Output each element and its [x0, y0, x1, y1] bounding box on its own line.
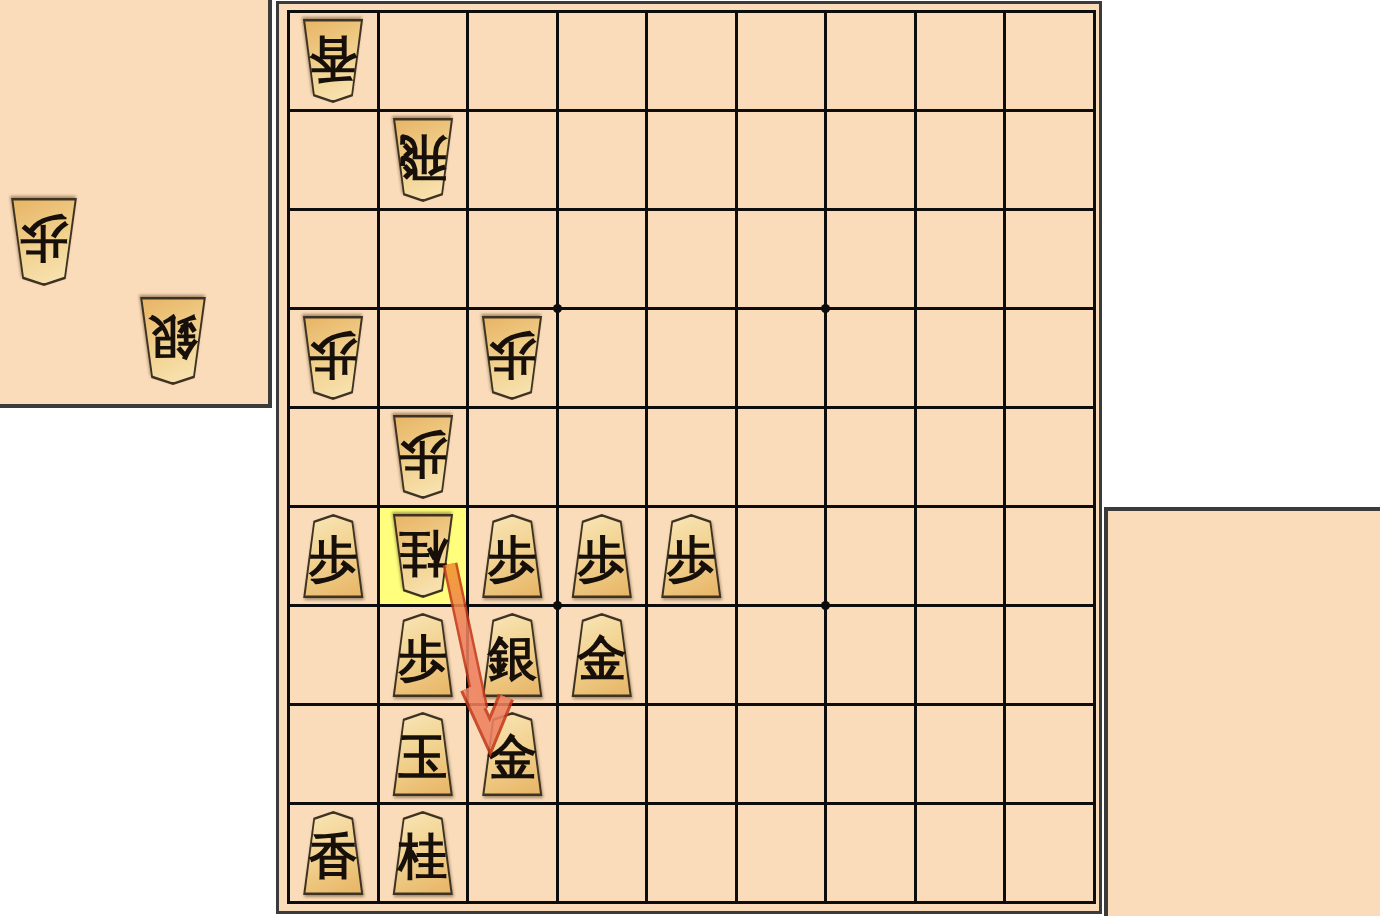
square-2b[interactable] [917, 112, 1004, 208]
square-6h[interactable] [559, 706, 646, 802]
square-8e[interactable]: 歩 [380, 409, 467, 505]
square-9d[interactable]: 歩 [290, 310, 377, 406]
square-3c[interactable] [827, 211, 914, 307]
piece-black-s[interactable]: 銀 [480, 613, 544, 697]
square-8i[interactable]: 桂 [380, 805, 467, 901]
star-point [553, 304, 562, 313]
square-7i[interactable] [469, 805, 556, 901]
square-8g[interactable]: 歩 [380, 607, 467, 703]
piece-black-l[interactable]: 香 [301, 811, 365, 895]
square-6a[interactable] [559, 13, 646, 109]
piece-white-n[interactable]: 桂 [391, 514, 455, 598]
square-8d[interactable] [380, 310, 467, 406]
square-3b[interactable] [827, 112, 914, 208]
square-5b[interactable] [648, 112, 735, 208]
piece-kanji: 玉 [398, 733, 447, 782]
square-4d[interactable] [738, 310, 825, 406]
square-1i[interactable] [1006, 805, 1093, 901]
shogi-board: 香飛歩歩歩歩桂歩歩歩歩銀金玉金香桂 [276, 1, 1102, 914]
square-3i[interactable] [827, 805, 914, 901]
square-3f[interactable] [827, 508, 914, 604]
square-1a[interactable] [1006, 13, 1093, 109]
square-9c[interactable] [290, 211, 377, 307]
square-6d[interactable] [559, 310, 646, 406]
piece-black-p[interactable]: 歩 [480, 514, 544, 598]
square-1f[interactable] [1006, 508, 1093, 604]
piece-black-n[interactable]: 桂 [391, 811, 455, 895]
square-5h[interactable] [648, 706, 735, 802]
piece-kanji: 歩 [309, 330, 358, 379]
piece-black-p[interactable]: 歩 [570, 514, 634, 598]
piece-kanji: 飛 [398, 132, 447, 181]
square-8a[interactable] [380, 13, 467, 109]
square-6b[interactable] [559, 112, 646, 208]
square-9g[interactable] [290, 607, 377, 703]
square-2i[interactable] [917, 805, 1004, 901]
piece-kanji: 桂 [398, 832, 447, 881]
square-4e[interactable] [738, 409, 825, 505]
piece-white-p[interactable]: 歩 [480, 316, 544, 400]
square-3a[interactable] [827, 13, 914, 109]
piece-black-p[interactable]: 歩 [391, 613, 455, 697]
square-4a[interactable] [738, 13, 825, 109]
square-1e[interactable] [1006, 409, 1093, 505]
square-4b[interactable] [738, 112, 825, 208]
piece-white-l[interactable]: 香 [301, 19, 365, 103]
piece-kanji: 香 [309, 33, 358, 82]
piece-black-k[interactable]: 玉 [391, 712, 455, 796]
square-4c[interactable] [738, 211, 825, 307]
square-2d[interactable] [917, 310, 1004, 406]
piece-kanji: 金 [577, 634, 626, 683]
square-7b[interactable] [469, 112, 556, 208]
piece-white-p[interactable]: 歩 [9, 198, 79, 286]
square-7e[interactable] [469, 409, 556, 505]
square-6f[interactable]: 歩 [559, 508, 646, 604]
board-grid: 香飛歩歩歩歩桂歩歩歩歩銀金玉金香桂 [287, 10, 1096, 904]
square-3e[interactable] [827, 409, 914, 505]
piece-black-g[interactable]: 金 [480, 712, 544, 796]
square-4g[interactable] [738, 607, 825, 703]
square-5d[interactable] [648, 310, 735, 406]
square-7f[interactable]: 歩 [469, 508, 556, 604]
square-8c[interactable] [380, 211, 467, 307]
square-5e[interactable] [648, 409, 735, 505]
black-captured-tray[interactable] [1104, 507, 1380, 916]
piece-kanji: 桂 [398, 528, 447, 577]
piece-kanji: 歩 [488, 535, 537, 584]
square-1g[interactable] [1006, 607, 1093, 703]
square-9a[interactable]: 香 [290, 13, 377, 109]
piece-kanji: 歩 [488, 330, 537, 379]
square-1c[interactable] [1006, 211, 1093, 307]
star-point [553, 601, 562, 610]
square-9i[interactable]: 香 [290, 805, 377, 901]
square-5a[interactable] [648, 13, 735, 109]
piece-kanji: 銀 [488, 634, 537, 683]
square-2h[interactable] [917, 706, 1004, 802]
square-9e[interactable] [290, 409, 377, 505]
piece-kanji: 金 [488, 733, 537, 782]
square-8h[interactable]: 玉 [380, 706, 467, 802]
square-3g[interactable] [827, 607, 914, 703]
square-6g[interactable]: 金 [559, 607, 646, 703]
piece-kanji: 歩 [577, 535, 626, 584]
square-1d[interactable] [1006, 310, 1093, 406]
square-2c[interactable] [917, 211, 1004, 307]
piece-kanji: 歩 [309, 535, 358, 584]
piece-kanji: 銀 [149, 313, 198, 362]
square-5f[interactable]: 歩 [648, 508, 735, 604]
square-4i[interactable] [738, 805, 825, 901]
piece-kanji: 歩 [398, 634, 447, 683]
piece-kanji: 歩 [20, 214, 69, 263]
square-2f[interactable] [917, 508, 1004, 604]
piece-black-g[interactable]: 金 [570, 613, 634, 697]
square-9h[interactable] [290, 706, 377, 802]
square-9b[interactable] [290, 112, 377, 208]
piece-white-p[interactable]: 歩 [301, 316, 365, 400]
square-6c[interactable] [559, 211, 646, 307]
square-8b[interactable]: 飛 [380, 112, 467, 208]
square-7g[interactable]: 銀 [469, 607, 556, 703]
square-2a[interactable] [917, 13, 1004, 109]
star-point [821, 304, 830, 313]
square-4h[interactable] [738, 706, 825, 802]
square-5c[interactable] [648, 211, 735, 307]
piece-kanji: 歩 [398, 429, 447, 478]
square-7h[interactable]: 金 [469, 706, 556, 802]
square-2e[interactable] [917, 409, 1004, 505]
square-6e[interactable] [559, 409, 646, 505]
piece-kanji: 歩 [667, 535, 716, 584]
square-1b[interactable] [1006, 112, 1093, 208]
square-6i[interactable] [559, 805, 646, 901]
piece-white-s[interactable]: 銀 [138, 297, 208, 385]
square-9f[interactable]: 歩 [290, 508, 377, 604]
piece-kanji: 香 [309, 832, 358, 881]
square-5i[interactable] [648, 805, 735, 901]
square-1h[interactable] [1006, 706, 1093, 802]
piece-white-p[interactable]: 歩 [391, 415, 455, 499]
square-4f[interactable] [738, 508, 825, 604]
square-7d[interactable]: 歩 [469, 310, 556, 406]
piece-black-p[interactable]: 歩 [301, 514, 365, 598]
square-7a[interactable] [469, 13, 556, 109]
square-5g[interactable] [648, 607, 735, 703]
square-3h[interactable] [827, 706, 914, 802]
white-captured-tray[interactable]: 歩銀 [0, 0, 272, 408]
square-3d[interactable] [827, 310, 914, 406]
piece-black-p[interactable]: 歩 [659, 514, 723, 598]
square-8f[interactable]: 桂 [380, 508, 467, 604]
piece-white-r[interactable]: 飛 [391, 118, 455, 202]
square-7c[interactable] [469, 211, 556, 307]
square-2g[interactable] [917, 607, 1004, 703]
star-point [821, 601, 830, 610]
